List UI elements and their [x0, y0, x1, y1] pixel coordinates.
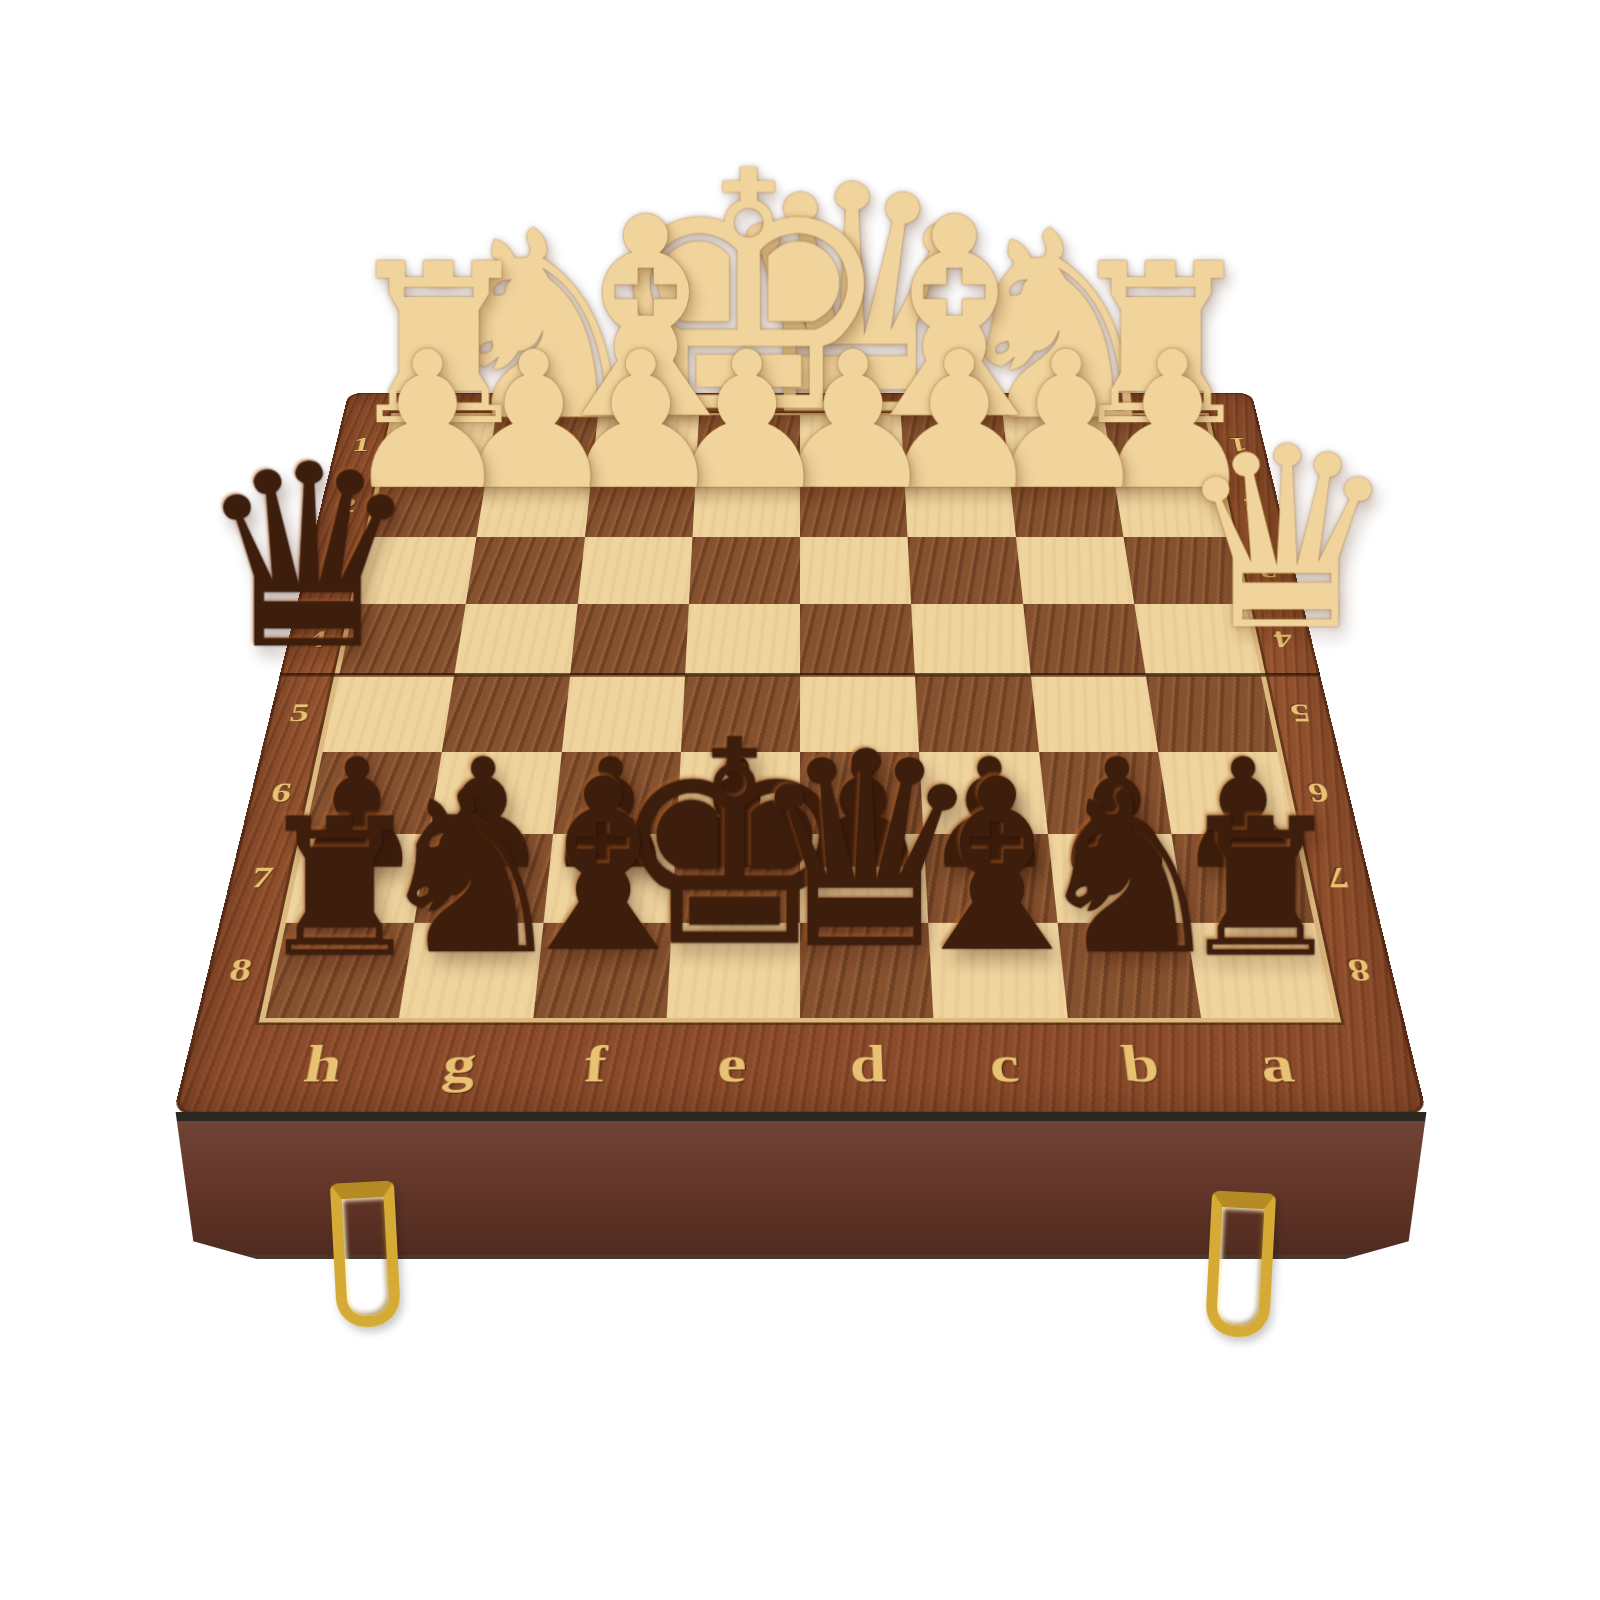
- square-h1[interactable]: [383, 415, 497, 474]
- square-g3[interactable]: [466, 537, 585, 604]
- file-label-g: g: [384, 1021, 532, 1109]
- square-g1[interactable]: [487, 415, 598, 474]
- square-h3[interactable]: [355, 537, 477, 604]
- product-photo-stage: 12345678 12345678 hgfedcba ♜♞♝♛♚♝♞♜♟♟♟♟♟…: [0, 0, 1600, 1600]
- file-label-h: h: [246, 1021, 399, 1109]
- square-d1[interactable]: [800, 415, 904, 474]
- square-a1[interactable]: [1104, 415, 1218, 474]
- square-f2[interactable]: [585, 474, 696, 537]
- knight-glyph: ♞: [371, 768, 571, 980]
- square-g2[interactable]: [477, 474, 591, 537]
- knight-glyph: ♞: [1029, 768, 1229, 980]
- square-h4[interactable]: [339, 604, 466, 675]
- latch-loop-icon: [1205, 1190, 1277, 1338]
- square-a4[interactable]: [1134, 604, 1261, 675]
- square-e4[interactable]: [685, 604, 800, 675]
- square-h2[interactable]: [369, 474, 487, 537]
- square-c3[interactable]: [908, 537, 1023, 604]
- file-label-c: c: [934, 1021, 1077, 1109]
- file-label-e: e: [661, 1021, 800, 1109]
- square-f3[interactable]: [577, 537, 692, 604]
- square-e3[interactable]: [689, 537, 800, 604]
- square-c1[interactable]: [901, 415, 1009, 474]
- square-b1[interactable]: [1002, 415, 1113, 474]
- file-label-d: d: [800, 1021, 939, 1109]
- file-labels-bottom: hgfedcba: [246, 1021, 1354, 1109]
- brass-latch-left[interactable]: [330, 1180, 402, 1343]
- brass-latch-right[interactable]: [1204, 1190, 1276, 1353]
- file-label-a: a: [1201, 1021, 1354, 1109]
- square-f4[interactable]: [570, 604, 689, 675]
- square-a3[interactable]: [1123, 537, 1245, 604]
- square-f1[interactable]: [591, 415, 699, 474]
- file-label-f: f: [523, 1021, 666, 1109]
- square-g4[interactable]: [454, 604, 577, 675]
- square-c2[interactable]: [904, 474, 1015, 537]
- square-b3[interactable]: [1015, 537, 1134, 604]
- square-b2[interactable]: [1009, 474, 1123, 537]
- square-c4[interactable]: [911, 604, 1030, 675]
- square-d3[interactable]: [800, 537, 911, 604]
- square-e1[interactable]: [696, 415, 800, 474]
- square-e2[interactable]: [692, 474, 800, 537]
- square-d2[interactable]: [800, 474, 908, 537]
- latch-loop-icon: [330, 1180, 402, 1328]
- queen-glyph: ♛: [745, 724, 986, 980]
- square-d4[interactable]: [800, 604, 915, 675]
- square-b4[interactable]: [1023, 604, 1146, 675]
- chess-board: 12345678 12345678 hgfedcba ♜♞♝♛♚♝♞♜♟♟♟♟♟…: [173, 393, 1427, 1115]
- square-a2[interactable]: [1113, 474, 1231, 537]
- file-label-b: b: [1068, 1021, 1216, 1109]
